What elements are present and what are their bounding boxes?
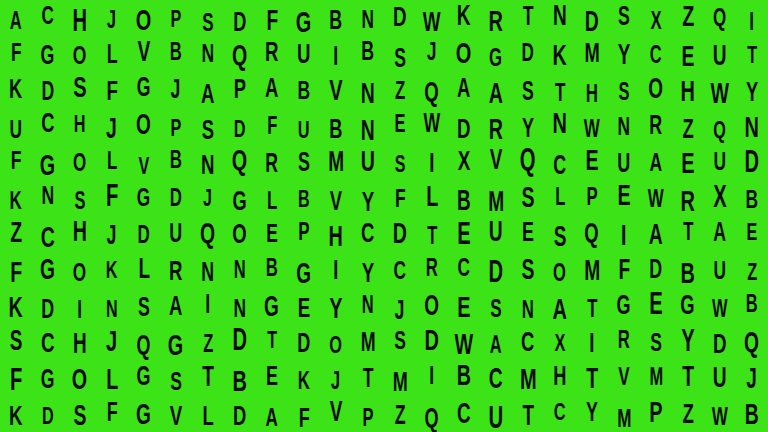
grid-cell-r2c2[interactable]: G	[32, 36, 64, 72]
grid-cell-r8c18[interactable]: O	[544, 252, 576, 288]
grid-cell-r11c16[interactable]: C	[480, 360, 512, 396]
grid-cell-r1c19[interactable]: D	[576, 0, 608, 36]
grid-cell-r8c15[interactable]: C	[448, 252, 480, 288]
grid-cell-r11c18[interactable]: H	[544, 360, 576, 396]
grid-cell-r2c1[interactable]: F	[0, 36, 32, 72]
grid-cell-r4c13[interactable]: E	[384, 108, 416, 144]
grid-cell-r1c9[interactable]: F	[256, 0, 288, 36]
grid-cell-r1c14[interactable]: W	[416, 0, 448, 36]
grid-cell-r5c7[interactable]: N	[192, 144, 224, 180]
grid-cell-r12c17[interactable]: T	[512, 396, 544, 432]
grid-cell-r1c6[interactable]: P	[160, 0, 192, 36]
grid-cell-r10c24[interactable]: Q	[736, 324, 768, 360]
grid-cell-r12c6[interactable]: V	[160, 396, 192, 432]
grid-cell-r8c13[interactable]: C	[384, 252, 416, 288]
grid-cell-r2c16[interactable]: G	[480, 36, 512, 72]
grid-cell-r12c7[interactable]: L	[192, 396, 224, 432]
grid-cell-r10c15[interactable]: W	[448, 324, 480, 360]
grid-cell-r9c14[interactable]: O	[416, 288, 448, 324]
grid-cell-r11c21[interactable]: M	[640, 360, 672, 396]
grid-cell-r5c6[interactable]: B	[160, 144, 192, 180]
grid-cell-r6c13[interactable]: F	[384, 180, 416, 216]
grid-cell-r3c14[interactable]: Q	[416, 72, 448, 108]
grid-cell-r10c6[interactable]: G	[160, 324, 192, 360]
grid-cell-r10c22[interactable]: Y	[672, 324, 704, 360]
grid-cell-r4c6[interactable]: P	[160, 108, 192, 144]
grid-cell-r4c3[interactable]: H	[64, 108, 96, 144]
grid-cell-r9c19[interactable]: T	[576, 288, 608, 324]
grid-cell-r9c22[interactable]: G	[672, 288, 704, 324]
grid-cell-r8c24[interactable]: Z	[736, 252, 768, 288]
grid-cell-r11c1[interactable]: F	[0, 360, 32, 396]
grid-cell-r1c24[interactable]: I	[736, 0, 768, 36]
grid-cell-r5c9[interactable]: R	[256, 144, 288, 180]
grid-cell-r2c20[interactable]: Y	[608, 36, 640, 72]
grid-cell-r1c22[interactable]: Z	[672, 0, 704, 36]
grid-cell-r10c19[interactable]: I	[576, 324, 608, 360]
grid-cell-r9c2[interactable]: D	[32, 288, 64, 324]
grid-cell-r8c8[interactable]: N	[224, 252, 256, 288]
grid-cell-r9c5[interactable]: S	[128, 288, 160, 324]
grid-cell-r1c17[interactable]: T	[512, 0, 544, 36]
grid-cell-r4c16[interactable]: R	[480, 108, 512, 144]
grid-cell-r3c13[interactable]: Z	[384, 72, 416, 108]
grid-cell-r6c8[interactable]: G	[224, 180, 256, 216]
letter-glyph: S	[618, 79, 629, 104]
grid-cell-r3c20[interactable]: S	[608, 72, 640, 108]
grid-cell-r12c20[interactable]: M	[608, 396, 640, 432]
grid-cell-r12c5[interactable]: G	[128, 396, 160, 432]
grid-cell-r11c8[interactable]: B	[224, 360, 256, 396]
grid-cell-r8c12[interactable]: Y	[352, 252, 384, 288]
grid-cell-r12c24[interactable]: B	[736, 396, 768, 432]
grid-cell-r10c18[interactable]: X	[544, 324, 576, 360]
grid-cell-r6c18[interactable]: L	[544, 180, 576, 216]
grid-cell-r7c8[interactable]: O	[224, 216, 256, 252]
grid-cell-r8c19[interactable]: M	[576, 252, 608, 288]
grid-cell-r11c24[interactable]: J	[736, 360, 768, 396]
grid-cell-r9c24[interactable]: B	[736, 288, 768, 324]
grid-cell-r7c14[interactable]: T	[416, 216, 448, 252]
grid-cell-r12c3[interactable]: S	[64, 396, 96, 432]
grid-cell-r9c15[interactable]: E	[448, 288, 480, 324]
grid-cell-r8c9[interactable]: B	[256, 252, 288, 288]
letter-glyph: C	[521, 327, 534, 355]
grid-cell-r3c3[interactable]: S	[64, 72, 96, 108]
grid-cell-r6c5[interactable]: G	[128, 180, 160, 216]
grid-cell-r5c12[interactable]: U	[352, 144, 384, 180]
grid-cell-r11c15[interactable]: B	[448, 360, 480, 396]
grid-cell-r11c20[interactable]: V	[608, 360, 640, 396]
grid-cell-r4c10[interactable]: U	[288, 108, 320, 144]
grid-cell-r6c1[interactable]: K	[0, 180, 32, 216]
grid-cell-r8c10[interactable]: G	[288, 252, 320, 288]
grid-cell-r11c10[interactable]: K	[288, 360, 320, 396]
grid-cell-r11c17[interactable]: M	[512, 360, 544, 396]
grid-cell-r3c24[interactable]: Y	[736, 72, 768, 108]
grid-cell-r11c2[interactable]: G	[32, 360, 64, 396]
grid-cell-r4c22[interactable]: Z	[672, 108, 704, 144]
grid-cell-r1c21[interactable]: X	[640, 0, 672, 36]
grid-cell-r11c9[interactable]: E	[256, 360, 288, 396]
grid-cell-r11c3[interactable]: O	[64, 360, 96, 396]
grid-cell-r3c5[interactable]: G	[128, 72, 160, 108]
grid-cell-r1c7[interactable]: S	[192, 0, 224, 36]
grid-cell-r4c21[interactable]: R	[640, 108, 672, 144]
grid-cell-r2c8[interactable]: Q	[224, 36, 256, 72]
grid-cell-r8c17[interactable]: S	[512, 252, 544, 288]
grid-cell-r11c14[interactable]: I	[416, 360, 448, 396]
grid-cell-r4c11[interactable]: B	[320, 108, 352, 144]
grid-cell-r8c2[interactable]: G	[32, 252, 64, 288]
grid-cell-r8c23[interactable]: U	[704, 252, 736, 288]
grid-cell-r1c20[interactable]: S	[608, 0, 640, 36]
grid-cell-r4c14[interactable]: W	[416, 108, 448, 144]
grid-cell-r11c22[interactable]: T	[672, 360, 704, 396]
grid-cell-r12c22[interactable]: Z	[672, 396, 704, 432]
grid-cell-r11c23[interactable]: U	[704, 360, 736, 396]
grid-cell-r8c21[interactable]: D	[640, 252, 672, 288]
grid-cell-r12c9[interactable]: A	[256, 396, 288, 432]
grid-cell-r11c19[interactable]: T	[576, 360, 608, 396]
grid-cell-r6c4[interactable]: F	[96, 180, 128, 216]
grid-cell-r4c18[interactable]: N	[544, 108, 576, 144]
grid-cell-r8c16[interactable]: D	[480, 252, 512, 288]
grid-cell-r12c18[interactable]: C	[544, 396, 576, 432]
grid-cell-r10c5[interactable]: Q	[128, 324, 160, 360]
grid-cell-r5c4[interactable]: L	[96, 144, 128, 180]
grid-cell-r10c11[interactable]: O	[320, 324, 352, 360]
grid-cell-r4c12[interactable]: N	[352, 108, 384, 144]
grid-cell-r12c11[interactable]: V	[320, 396, 352, 432]
grid-cell-r1c4[interactable]: J	[96, 0, 128, 36]
grid-cell-r5c24[interactable]: D	[736, 144, 768, 180]
grid-cell-r6c20[interactable]: E	[608, 180, 640, 216]
grid-cell-r7c6[interactable]: U	[160, 216, 192, 252]
grid-cell-r7c1[interactable]: Z	[0, 216, 32, 252]
grid-cell-r10c4[interactable]: J	[96, 324, 128, 360]
grid-cell-r8c3[interactable]: O	[64, 252, 96, 288]
grid-cell-r5c2[interactable]: G	[32, 144, 64, 180]
grid-cell-r1c23[interactable]: Q	[704, 0, 736, 36]
grid-cell-r9c23[interactable]: W	[704, 288, 736, 324]
grid-cell-r7c17[interactable]: E	[512, 216, 544, 252]
grid-cell-r6c11[interactable]: V	[320, 180, 352, 216]
grid-cell-r2c5[interactable]: V	[128, 36, 160, 72]
grid-cell-r5c19[interactable]: E	[576, 144, 608, 180]
grid-cell-r6c17[interactable]: S	[512, 180, 544, 216]
grid-cell-r6c3[interactable]: S	[64, 180, 96, 216]
grid-cell-r8c11[interactable]: I	[320, 252, 352, 288]
grid-cell-r2c18[interactable]: K	[544, 36, 576, 72]
grid-cell-r2c17[interactable]: D	[512, 36, 544, 72]
grid-cell-r5c5[interactable]: V	[128, 144, 160, 180]
grid-cell-r7c10[interactable]: P	[288, 216, 320, 252]
letter-glyph: A	[265, 73, 278, 101]
grid-cell-r6c19[interactable]: P	[576, 180, 608, 216]
letter-glyph: V	[618, 363, 629, 389]
grid-cell-r9c18[interactable]: A	[544, 288, 576, 324]
grid-cell-r1c16[interactable]: R	[480, 0, 512, 36]
grid-cell-r2c10[interactable]: U	[288, 36, 320, 72]
grid-cell-r9c21[interactable]: E	[640, 288, 672, 324]
grid-cell-r3c2[interactable]: D	[32, 72, 64, 108]
grid-cell-r4c9[interactable]: F	[256, 108, 288, 144]
grid-cell-r1c10[interactable]: G	[288, 0, 320, 36]
grid-cell-r6c2[interactable]: N	[32, 180, 64, 216]
grid-cell-r12c4[interactable]: F	[96, 396, 128, 432]
grid-cell-r5c15[interactable]: X	[448, 144, 480, 180]
grid-cell-r9c7[interactable]: I	[192, 288, 224, 324]
grid-cell-r1c3[interactable]: H	[64, 0, 96, 36]
grid-cell-r5c22[interactable]: E	[672, 144, 704, 180]
grid-cell-r8c22[interactable]: B	[672, 252, 704, 288]
grid-cell-r3c12[interactable]: N	[352, 72, 384, 108]
grid-cell-r7c24[interactable]: E	[736, 216, 768, 252]
grid-cell-r2c14[interactable]: J	[416, 36, 448, 72]
grid-cell-r5c1[interactable]: F	[0, 144, 32, 180]
grid-cell-r4c19[interactable]: W	[576, 108, 608, 144]
grid-cell-r10c23[interactable]: D	[704, 324, 736, 360]
grid-cell-r3c19[interactable]: H	[576, 72, 608, 108]
grid-cell-r9c4[interactable]: N	[96, 288, 128, 324]
grid-cell-r8c7[interactable]: N	[192, 252, 224, 288]
grid-cell-r3c15[interactable]: A	[448, 72, 480, 108]
grid-cell-r5c20[interactable]: U	[608, 144, 640, 180]
grid-cell-r7c19[interactable]: Q	[576, 216, 608, 252]
grid-cell-r10c9[interactable]: T	[256, 324, 288, 360]
letter-glyph: R	[489, 115, 503, 145]
grid-cell-r3c8[interactable]: P	[224, 72, 256, 108]
grid-cell-r12c10[interactable]: F	[288, 396, 320, 432]
grid-cell-r6c15[interactable]: B	[448, 180, 480, 216]
grid-cell-r9c3[interactable]: I	[64, 288, 96, 324]
grid-cell-r5c13[interactable]: S	[384, 144, 416, 180]
grid-cell-r9c20[interactable]: G	[608, 288, 640, 324]
grid-cell-r10c20[interactable]: R	[608, 324, 640, 360]
letter-glyph: G	[617, 291, 631, 318]
grid-cell-r10c21[interactable]: S	[640, 324, 672, 360]
grid-cell-r9c17[interactable]: N	[512, 288, 544, 324]
grid-cell-r10c14[interactable]: D	[416, 324, 448, 360]
grid-cell-r7c11[interactable]: H	[320, 216, 352, 252]
grid-cell-r6c12[interactable]: Y	[352, 180, 384, 216]
grid-cell-r11c12[interactable]: T	[352, 360, 384, 396]
grid-cell-r12c2[interactable]: D	[32, 396, 64, 432]
grid-cell-r8c5[interactable]: L	[128, 252, 160, 288]
letter-glyph: J	[747, 364, 758, 393]
letter-glyph: C	[41, 222, 55, 252]
grid-cell-r5c11[interactable]: M	[320, 144, 352, 180]
grid-cell-r10c16[interactable]: A	[480, 324, 512, 360]
grid-cell-r3c22[interactable]: H	[672, 72, 704, 108]
grid-cell-r8c4[interactable]: K	[96, 252, 128, 288]
grid-cell-r6c21[interactable]: W	[640, 180, 672, 216]
grid-cell-r4c5[interactable]: O	[128, 108, 160, 144]
grid-cell-r4c8[interactable]: D	[224, 108, 256, 144]
letter-glyph: N	[361, 78, 375, 107]
grid-cell-r5c10[interactable]: S	[288, 144, 320, 180]
grid-cell-r11c13[interactable]: M	[384, 360, 416, 396]
grid-cell-r11c4[interactable]: L	[96, 360, 128, 396]
grid-cell-r7c2[interactable]: C	[32, 216, 64, 252]
grid-cell-r10c2[interactable]: C	[32, 324, 64, 360]
grid-cell-r3c6[interactable]: J	[160, 72, 192, 108]
grid-cell-r9c6[interactable]: A	[160, 288, 192, 324]
grid-cell-r10c17[interactable]: C	[512, 324, 544, 360]
letter-glyph: B	[298, 77, 311, 103]
grid-cell-r9c8[interactable]: N	[224, 288, 256, 324]
grid-cell-r7c18[interactable]: S	[544, 216, 576, 252]
grid-cell-r4c7[interactable]: S	[192, 108, 224, 144]
grid-cell-r10c1[interactable]: S	[0, 324, 32, 360]
grid-cell-r12c16[interactable]: U	[480, 396, 512, 432]
grid-cell-r4c24[interactable]: N	[736, 108, 768, 144]
grid-cell-r11c11[interactable]: J	[320, 360, 352, 396]
grid-cell-r1c5[interactable]: O	[128, 0, 160, 36]
grid-cell-r10c7[interactable]: Z	[192, 324, 224, 360]
grid-cell-r9c16[interactable]: S	[480, 288, 512, 324]
grid-cell-r10c3[interactable]: H	[64, 324, 96, 360]
grid-cell-r2c12[interactable]: B	[352, 36, 384, 72]
grid-cell-r7c21[interactable]: A	[640, 216, 672, 252]
grid-cell-r4c17[interactable]: Y	[512, 108, 544, 144]
grid-cell-r5c21[interactable]: A	[640, 144, 672, 180]
letter-glyph: E	[266, 220, 278, 246]
grid-cell-r9c10[interactable]: E	[288, 288, 320, 324]
grid-cell-r6c14[interactable]: L	[416, 180, 448, 216]
grid-cell-r12c13[interactable]: Z	[384, 396, 416, 432]
grid-cell-r5c14[interactable]: I	[416, 144, 448, 180]
grid-cell-r1c13[interactable]: D	[384, 0, 416, 36]
grid-cell-r3c17[interactable]: S	[512, 72, 544, 108]
grid-cell-r9c11[interactable]: Y	[320, 288, 352, 324]
grid-cell-r6c22[interactable]: R	[672, 180, 704, 216]
grid-cell-r6c7[interactable]: J	[192, 180, 224, 216]
grid-cell-r2c7[interactable]: N	[192, 36, 224, 72]
grid-cell-r7c22[interactable]: T	[672, 216, 704, 252]
grid-cell-r3c18[interactable]: T	[544, 72, 576, 108]
grid-cell-r6c24[interactable]: B	[736, 180, 768, 216]
grid-cell-r7c12[interactable]: C	[352, 216, 384, 252]
grid-cell-r2c13[interactable]: S	[384, 36, 416, 72]
grid-cell-r1c15[interactable]: K	[448, 0, 480, 36]
grid-cell-r1c18[interactable]: N	[544, 0, 576, 36]
grid-cell-r2c24[interactable]: T	[736, 36, 768, 72]
grid-cell-r6c23[interactable]: X	[704, 180, 736, 216]
grid-cell-r6c9[interactable]: L	[256, 180, 288, 216]
grid-cell-r3c11[interactable]: V	[320, 72, 352, 108]
grid-cell-r2c15[interactable]: O	[448, 36, 480, 72]
grid-cell-r12c19[interactable]: Y	[576, 396, 608, 432]
grid-cell-r12c21[interactable]: P	[640, 396, 672, 432]
grid-cell-r10c10[interactable]: D	[288, 324, 320, 360]
grid-cell-r11c5[interactable]: G	[128, 360, 160, 396]
grid-cell-r12c1[interactable]: K	[0, 396, 32, 432]
grid-cell-r2c9[interactable]: R	[256, 36, 288, 72]
grid-cell-r9c13[interactable]: J	[384, 288, 416, 324]
grid-cell-r6c10[interactable]: B	[288, 180, 320, 216]
grid-cell-r1c12[interactable]: N	[352, 0, 384, 36]
grid-cell-r5c8[interactable]: Q	[224, 144, 256, 180]
grid-cell-r7c23[interactable]: A	[704, 216, 736, 252]
grid-cell-r9c1[interactable]: K	[0, 288, 32, 324]
grid-cell-r7c7[interactable]: Q	[192, 216, 224, 252]
grid-cell-r3c23[interactable]: W	[704, 72, 736, 108]
grid-cell-r12c8[interactable]: D	[224, 396, 256, 432]
grid-cell-r12c12[interactable]: P	[352, 396, 384, 432]
grid-cell-r7c9[interactable]: E	[256, 216, 288, 252]
grid-cell-r3c7[interactable]: A	[192, 72, 224, 108]
grid-cell-r12c14[interactable]: Q	[416, 396, 448, 432]
grid-cell-r2c11[interactable]: I	[320, 36, 352, 72]
grid-cell-r12c23[interactable]: W	[704, 396, 736, 432]
grid-cell-r12c15[interactable]: C	[448, 396, 480, 432]
grid-cell-r11c6[interactable]: S	[160, 360, 192, 396]
grid-cell-r1c8[interactable]: D	[224, 0, 256, 36]
grid-cell-r8c20[interactable]: F	[608, 252, 640, 288]
grid-cell-r3c1[interactable]: K	[0, 72, 32, 108]
grid-cell-r7c20[interactable]: I	[608, 216, 640, 252]
grid-cell-r3c21[interactable]: O	[640, 72, 672, 108]
grid-cell-r4c1[interactable]: U	[0, 108, 32, 144]
grid-cell-r3c10[interactable]: B	[288, 72, 320, 108]
grid-cell-r2c4[interactable]: L	[96, 36, 128, 72]
grid-cell-r3c4[interactable]: F	[96, 72, 128, 108]
grid-cell-r3c9[interactable]: A	[256, 72, 288, 108]
grid-cell-r9c12[interactable]: N	[352, 288, 384, 324]
grid-cell-r7c4[interactable]: J	[96, 216, 128, 252]
grid-cell-r4c20[interactable]: N	[608, 108, 640, 144]
grid-cell-r5c3[interactable]: O	[64, 144, 96, 180]
grid-cell-r7c3[interactable]: H	[64, 216, 96, 252]
grid-cell-r5c17[interactable]: Q	[512, 144, 544, 180]
grid-cell-r11c7[interactable]: T	[192, 360, 224, 396]
grid-cell-r1c1[interactable]: A	[0, 0, 32, 36]
grid-cell-r3c16[interactable]: A	[480, 72, 512, 108]
grid-cell-r5c16[interactable]: V	[480, 144, 512, 180]
grid-cell-r6c16[interactable]: M	[480, 180, 512, 216]
grid-cell-r7c16[interactable]: U	[480, 216, 512, 252]
grid-cell-r2c3[interactable]: O	[64, 36, 96, 72]
grid-cell-r10c12[interactable]: M	[352, 324, 384, 360]
grid-cell-r2c19[interactable]: M	[576, 36, 608, 72]
grid-cell-r4c2[interactable]: C	[32, 108, 64, 144]
grid-cell-r10c13[interactable]: S	[384, 324, 416, 360]
grid-cell-r2c23[interactable]: U	[704, 36, 736, 72]
grid-cell-r10c8[interactable]: D	[224, 324, 256, 360]
grid-cell-r8c6[interactable]: R	[160, 252, 192, 288]
grid-cell-r5c18[interactable]: C	[544, 144, 576, 180]
grid-cell-r5c23[interactable]: U	[704, 144, 736, 180]
grid-cell-r2c6[interactable]: B	[160, 36, 192, 72]
grid-cell-r4c23[interactable]: Q	[704, 108, 736, 144]
grid-cell-r2c22[interactable]: E	[672, 36, 704, 72]
grid-cell-r4c15[interactable]: D	[448, 108, 480, 144]
grid-cell-r4c4[interactable]: J	[96, 108, 128, 144]
grid-cell-r2c21[interactable]: C	[640, 36, 672, 72]
grid-cell-r9c9[interactable]: G	[256, 288, 288, 324]
grid-cell-r7c13[interactable]: D	[384, 216, 416, 252]
letter-glyph: T	[267, 327, 277, 351]
grid-cell-r8c14[interactable]: R	[416, 252, 448, 288]
grid-cell-r7c15[interactable]: E	[448, 216, 480, 252]
grid-cell-r1c2[interactable]: C	[32, 0, 64, 36]
grid-cell-r7c5[interactable]: D	[128, 216, 160, 252]
grid-cell-r6c6[interactable]: D	[160, 180, 192, 216]
grid-cell-r8c1[interactable]: F	[0, 252, 32, 288]
grid-cell-r1c11[interactable]: B	[320, 0, 352, 36]
